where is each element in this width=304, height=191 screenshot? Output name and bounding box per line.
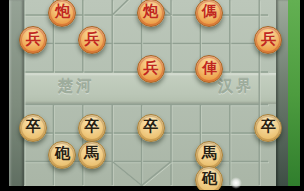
piece-red-soldier[interactable]: 兵 xyxy=(254,26,282,54)
piece-red-soldier[interactable]: 兵 xyxy=(19,26,47,54)
piece-black-soldier[interactable]: 卒 xyxy=(78,114,106,142)
piece-glyph: 砲 xyxy=(202,171,217,186)
piece-glyph: 兵 xyxy=(261,32,276,47)
board-grid-lines xyxy=(0,0,295,190)
board-right-edge xyxy=(276,0,288,190)
piece-black-horse[interactable]: 馬 xyxy=(195,141,223,169)
piece-glyph: 砲 xyxy=(55,146,70,161)
piece-black-soldier[interactable]: 卒 xyxy=(254,114,282,142)
piece-glyph: 卒 xyxy=(143,119,158,134)
letterbox-bottom xyxy=(0,186,304,190)
piece-glyph: 卒 xyxy=(261,119,276,134)
piece-glyph: 俥 xyxy=(202,61,217,76)
piece-glyph: 傌 xyxy=(202,4,217,19)
piece-black-cannon[interactable]: 砲 xyxy=(48,141,76,169)
piece-glyph: 炮 xyxy=(143,4,158,19)
piece-black-horse[interactable]: 馬 xyxy=(78,141,106,169)
letterbox-left xyxy=(0,0,9,190)
xiangqi-game-frame: 楚河 汉界 炮炮傌兵兵兵兵俥卒卒卒卒砲馬馬砲 xyxy=(0,0,304,190)
piece-glyph: 炮 xyxy=(55,4,70,19)
piece-glyph: 兵 xyxy=(84,32,99,47)
piece-glyph: 卒 xyxy=(84,119,99,134)
background-green-strip xyxy=(288,0,300,190)
piece-red-chariot[interactable]: 俥 xyxy=(195,55,223,83)
piece-glyph: 馬 xyxy=(202,146,217,161)
piece-black-soldier[interactable]: 卒 xyxy=(19,114,47,142)
piece-red-soldier[interactable]: 兵 xyxy=(78,26,106,54)
piece-glyph: 兵 xyxy=(143,61,158,76)
board-left-edge xyxy=(9,0,24,190)
piece-black-soldier[interactable]: 卒 xyxy=(137,114,165,142)
piece-black-cannon[interactable]: 砲 xyxy=(195,166,223,191)
letterbox-right xyxy=(300,0,304,190)
move-effect-dot xyxy=(230,177,242,189)
piece-glyph: 兵 xyxy=(26,32,41,47)
piece-red-soldier[interactable]: 兵 xyxy=(137,55,165,83)
piece-glyph: 馬 xyxy=(84,146,99,161)
piece-glyph: 卒 xyxy=(26,119,41,134)
